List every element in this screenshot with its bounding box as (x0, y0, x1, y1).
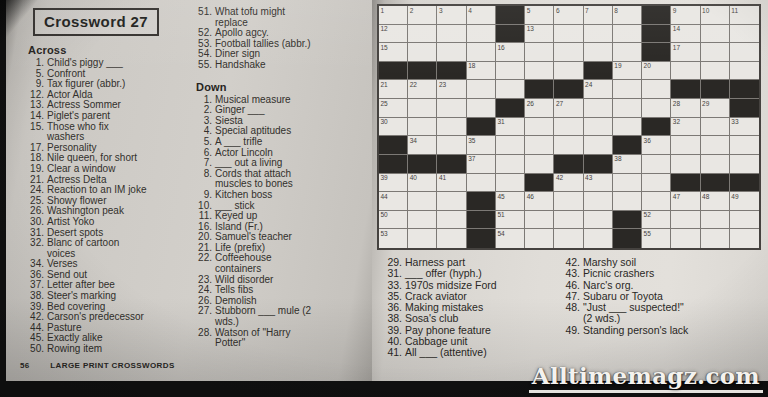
cell-number: 5 (527, 7, 531, 14)
white-cell[interactable] (642, 155, 671, 174)
white-cell[interactable] (408, 25, 437, 44)
white-cell[interactable] (701, 136, 730, 155)
white-cell[interactable]: 30 (379, 118, 408, 137)
white-cell[interactable]: 24 (584, 80, 613, 99)
clue-item: 49.Standing person's lack (560, 325, 760, 336)
white-cell[interactable] (437, 192, 466, 211)
clue-text: Kitchen boss (215, 190, 366, 201)
cell-number: 28 (673, 100, 680, 107)
white-cell[interactable] (613, 118, 642, 137)
white-cell[interactable]: 37 (467, 155, 496, 174)
white-cell[interactable] (701, 155, 730, 174)
white-cell[interactable]: 20 (642, 62, 671, 81)
cell-number: 32 (673, 118, 680, 125)
cell-number: 3 (439, 7, 443, 14)
white-cell[interactable]: 5 (525, 6, 554, 25)
down-clue-list-end: 42.Marshy soil43.Picnic crashers46.Narc'… (560, 257, 760, 359)
clue-number: 15. (26, 122, 44, 143)
white-cell[interactable]: 2 (408, 6, 437, 25)
black-cell (379, 136, 408, 155)
white-cell[interactable] (496, 136, 525, 155)
white-cell[interactable]: 49 (730, 192, 759, 211)
down-heading: Down (196, 81, 366, 93)
left-page: Crossword 27 Across 1.Child's piggy ___5… (6, 0, 372, 381)
white-cell[interactable] (730, 43, 759, 62)
clue-number: 31. (382, 268, 402, 279)
white-cell[interactable]: 29 (701, 99, 730, 118)
white-cell[interactable] (437, 211, 466, 230)
black-cell (379, 62, 408, 81)
cell-number: 39 (381, 174, 388, 181)
white-cell[interactable]: 38 (613, 155, 642, 174)
black-cell (730, 99, 759, 118)
white-cell[interactable]: 23 (437, 80, 466, 99)
white-cell[interactable] (584, 25, 613, 44)
clue-text: Coffeehouse containers (215, 253, 366, 274)
clue-number: 55. (194, 60, 212, 71)
black-cell (584, 62, 613, 81)
clue-item: 19.Clear a window (26, 164, 189, 175)
clue-item: 27.Stubborn ___ mule (2 wds.) (194, 306, 366, 327)
cell-number: 30 (381, 118, 388, 125)
white-cell[interactable] (437, 229, 466, 248)
white-cell[interactable] (554, 43, 583, 62)
white-cell[interactable] (613, 25, 642, 44)
white-cell[interactable] (408, 99, 437, 118)
black-cell (408, 62, 437, 81)
black-cell (437, 62, 466, 81)
clue-number: 30. (26, 217, 44, 228)
clue-item: 1.Child's piggy ___ (26, 58, 189, 69)
white-cell[interactable]: 3 (437, 6, 466, 25)
cell-number: 40 (410, 174, 417, 181)
white-cell[interactable]: 6 (554, 6, 583, 25)
white-cell[interactable] (701, 211, 730, 230)
white-cell[interactable]: 53 (379, 229, 408, 248)
white-cell[interactable] (408, 192, 437, 211)
white-cell[interactable] (554, 211, 583, 230)
clue-item: 8.Cords that attach muscles to bones (194, 169, 366, 190)
clue-number: 5. (194, 137, 212, 148)
cell-number: 18 (468, 62, 475, 69)
white-cell[interactable] (467, 174, 496, 193)
black-cell (642, 25, 671, 44)
clue-item: 9.Kitchen boss (194, 190, 366, 201)
white-cell[interactable]: 1 (379, 6, 408, 25)
clue-item: 50.Rowing item (26, 344, 189, 355)
white-cell[interactable]: 7 (584, 6, 613, 25)
white-cell[interactable] (467, 80, 496, 99)
white-cell[interactable]: 21 (379, 80, 408, 99)
white-cell[interactable]: 12 (379, 25, 408, 44)
cell-number: 14 (673, 25, 680, 32)
cell-number: 24 (585, 81, 592, 88)
white-cell[interactable] (584, 211, 613, 230)
white-cell[interactable]: 4 (467, 6, 496, 25)
clue-text: ___ offer (hyph.) (405, 268, 560, 279)
cell-number: 15 (381, 44, 388, 51)
puzzle-title: Crossword 27 (33, 8, 159, 36)
middle-column: 51.What tofu might replace52.Apollo agcy… (194, 7, 366, 349)
white-cell[interactable] (671, 136, 700, 155)
white-cell[interactable] (408, 229, 437, 248)
white-cell[interactable]: 13 (525, 25, 554, 44)
clue-item: 31.___ offer (hyph.) (382, 268, 560, 279)
white-cell[interactable]: 44 (379, 192, 408, 211)
white-cell[interactable]: 33 (730, 118, 759, 137)
clue-number: 51. (194, 7, 212, 28)
cell-number: 34 (410, 137, 417, 144)
clue-number: 9. (194, 190, 212, 201)
white-cell[interactable] (584, 192, 613, 211)
white-cell[interactable] (525, 62, 554, 81)
cell-number: 9 (673, 7, 677, 14)
white-cell[interactable]: 32 (671, 118, 700, 137)
white-cell[interactable]: 46 (525, 192, 554, 211)
black-cell (525, 174, 554, 193)
black-cell (496, 99, 525, 118)
page-number: 56 (20, 361, 30, 370)
white-cell[interactable] (554, 118, 583, 137)
white-cell[interactable]: 17 (671, 43, 700, 62)
white-cell[interactable] (613, 99, 642, 118)
cell-number: 29 (702, 100, 709, 107)
white-cell[interactable] (642, 80, 671, 99)
clue-number: 32. (26, 238, 44, 259)
white-cell[interactable] (584, 99, 613, 118)
black-cell (408, 155, 437, 174)
white-cell[interactable]: 50 (379, 211, 408, 230)
clue-text: A ___ trifle (215, 137, 366, 148)
clue-number: 8. (194, 169, 212, 190)
black-cell (467, 211, 496, 230)
white-cell[interactable] (554, 136, 583, 155)
cell-number: 23 (439, 81, 446, 88)
watermark: Alltimemagz.com (529, 362, 763, 393)
black-cell (671, 80, 700, 99)
clue-number: 41. (382, 347, 402, 358)
cell-number: 13 (527, 25, 534, 32)
white-cell[interactable] (525, 211, 554, 230)
cell-number: 12 (381, 25, 388, 32)
white-cell[interactable]: 19 (613, 62, 642, 81)
clue-number: 1. (26, 58, 44, 69)
white-cell[interactable] (525, 118, 554, 137)
clue-text: Stubborn ___ mule (2 wds.) (215, 306, 366, 327)
white-cell[interactable] (701, 229, 730, 248)
clue-text: Piglet's parent (47, 111, 189, 122)
cell-number: 37 (468, 155, 475, 162)
black-cell (671, 174, 700, 193)
black-cell (642, 6, 671, 25)
white-cell[interactable]: 31 (496, 118, 525, 137)
cell-number: 33 (731, 118, 738, 125)
white-cell[interactable] (437, 99, 466, 118)
white-cell[interactable] (437, 25, 466, 44)
white-cell[interactable]: 42 (554, 174, 583, 193)
cell-number: 4 (468, 7, 472, 14)
black-cell (730, 80, 759, 99)
white-cell[interactable]: 40 (408, 174, 437, 193)
white-cell[interactable] (613, 174, 642, 193)
clue-text: Standing person's lack (583, 325, 760, 336)
clue-text: Blanc of cartoon voices (47, 238, 189, 259)
white-cell[interactable]: 39 (379, 174, 408, 193)
white-cell[interactable]: 9 (671, 6, 700, 25)
cell-number: 16 (497, 44, 504, 51)
white-cell[interactable] (467, 99, 496, 118)
white-cell[interactable] (554, 25, 583, 44)
across-heading: Across (28, 44, 189, 56)
across-clue-list: 1.Child's piggy ___5.Confront9.Tax figur… (26, 58, 189, 355)
cell-number: 47 (673, 193, 680, 200)
white-cell[interactable] (730, 25, 759, 44)
cell-number: 8 (614, 7, 618, 14)
cell-number: 10 (702, 7, 709, 14)
black-cell (437, 155, 466, 174)
white-cell[interactable] (701, 118, 730, 137)
clue-text: Child's piggy ___ (47, 58, 189, 69)
black-cell (467, 229, 496, 248)
black-cell (467, 192, 496, 211)
clue-number: 28. (194, 328, 212, 349)
white-cell[interactable] (730, 136, 759, 155)
black-cell (554, 155, 583, 174)
white-cell[interactable]: 52 (642, 211, 671, 230)
cell-number: 42 (556, 174, 563, 181)
white-cell[interactable] (437, 43, 466, 62)
cell-number: 53 (381, 230, 388, 237)
black-cell (701, 80, 730, 99)
cell-number: 46 (527, 193, 534, 200)
black-cell (613, 136, 642, 155)
cell-number: 43 (585, 174, 592, 181)
white-cell[interactable] (408, 43, 437, 62)
white-cell[interactable]: 16 (496, 43, 525, 62)
white-cell[interactable]: 11 (730, 6, 759, 25)
white-cell[interactable] (730, 62, 759, 81)
cell-number: 27 (556, 100, 563, 107)
white-cell[interactable] (467, 25, 496, 44)
white-cell[interactable] (554, 62, 583, 81)
black-cell (525, 80, 554, 99)
clue-item: 15.Those who fix washers (26, 122, 189, 143)
clue-item: 22.Coffeehouse containers (194, 253, 366, 274)
black-cell (642, 118, 671, 137)
black-cell (642, 43, 671, 62)
white-cell[interactable]: 36 (642, 136, 671, 155)
white-cell[interactable]: 15 (379, 43, 408, 62)
white-cell[interactable] (496, 174, 525, 193)
white-cell[interactable] (437, 136, 466, 155)
white-cell[interactable]: 18 (467, 62, 496, 81)
white-cell[interactable] (642, 174, 671, 193)
white-cell[interactable]: 22 (408, 80, 437, 99)
cell-number: 2 (410, 7, 414, 14)
cell-number: 20 (644, 62, 651, 69)
white-cell[interactable]: 48 (701, 192, 730, 211)
cell-number: 41 (439, 174, 446, 181)
clue-item: 51.What tofu might replace (194, 7, 366, 28)
white-cell[interactable]: 51 (496, 211, 525, 230)
white-cell[interactable] (437, 118, 466, 137)
white-cell[interactable] (642, 99, 671, 118)
white-cell[interactable] (730, 229, 759, 248)
white-cell[interactable] (671, 229, 700, 248)
cell-number: 11 (731, 7, 738, 14)
clue-number: 22. (194, 253, 212, 274)
clue-number: 14. (26, 111, 44, 122)
white-cell[interactable]: 55 (642, 229, 671, 248)
cell-number: 19 (614, 62, 621, 69)
white-cell[interactable] (613, 80, 642, 99)
cell-number: 54 (497, 230, 504, 237)
black-cell (730, 174, 759, 193)
cell-number: 44 (381, 193, 388, 200)
book-photo: Crossword 27 Across 1.Child's piggy ___5… (0, 0, 768, 397)
white-cell[interactable]: 41 (437, 174, 466, 193)
white-cell[interactable]: 25 (379, 99, 408, 118)
cell-number: 48 (702, 193, 709, 200)
clue-item: 28.Watson of "Harry Potter" (194, 328, 366, 349)
clue-item: 43.Picnic crashers (560, 268, 760, 279)
cell-number: 25 (381, 100, 388, 107)
white-cell[interactable] (584, 118, 613, 137)
white-cell[interactable]: 35 (467, 136, 496, 155)
white-cell[interactable] (584, 229, 613, 248)
white-cell[interactable] (642, 192, 671, 211)
white-cell[interactable] (496, 155, 525, 174)
cell-number: 26 (527, 100, 534, 107)
white-cell[interactable] (467, 43, 496, 62)
white-cell[interactable] (525, 43, 554, 62)
white-cell[interactable] (408, 211, 437, 230)
left-column: Crossword 27 Across 1.Child's piggy ___5… (26, 8, 189, 355)
white-cell[interactable] (701, 25, 730, 44)
clue-text: Cords that attach muscles to bones (215, 169, 366, 190)
clue-number: 49. (560, 325, 580, 336)
clue-number: 27. (194, 306, 212, 327)
white-cell[interactable]: 43 (584, 174, 613, 193)
clue-text: Artist Yoko (47, 217, 189, 228)
clue-item: 41.All ___ (attentive) (382, 347, 560, 358)
book-title: LARGE PRINT CROSSWORDS (50, 361, 174, 370)
cell-number: 6 (556, 7, 560, 14)
white-cell[interactable]: 8 (613, 6, 642, 25)
white-cell[interactable] (496, 80, 525, 99)
white-cell[interactable]: 28 (671, 99, 700, 118)
clue-item: 32.Blanc of cartoon voices (26, 238, 189, 259)
black-cell (467, 118, 496, 137)
white-cell[interactable]: 47 (671, 192, 700, 211)
white-cell[interactable] (408, 118, 437, 137)
white-cell[interactable] (496, 62, 525, 81)
cell-number: 21 (381, 81, 388, 88)
clue-item: 30.Artist Yoko (26, 217, 189, 228)
white-cell[interactable]: 26 (525, 99, 554, 118)
white-cell[interactable] (701, 62, 730, 81)
black-cell (379, 155, 408, 174)
clue-text: Handshake (215, 60, 366, 71)
cell-number: 17 (673, 44, 680, 51)
clue-number: 48. (560, 302, 580, 325)
white-cell[interactable]: 34 (408, 136, 437, 155)
white-cell[interactable]: 54 (496, 229, 525, 248)
clue-number: 43. (560, 268, 580, 279)
white-cell[interactable] (584, 136, 613, 155)
black-cell (701, 174, 730, 193)
page-footer: 56 LARGE PRINT CROSSWORDS (20, 361, 175, 370)
white-cell[interactable]: 27 (554, 99, 583, 118)
white-cell[interactable] (730, 155, 759, 174)
white-cell[interactable] (525, 155, 554, 174)
clue-text: All ___ (attentive) (405, 347, 560, 358)
book-spread: Crossword 27 Across 1.Child's piggy ___5… (6, 0, 768, 381)
white-cell[interactable] (671, 211, 700, 230)
crossword-grid: 1234567891011121314151617181920212223242… (377, 4, 761, 250)
white-cell[interactable] (701, 43, 730, 62)
cell-number: 7 (585, 7, 589, 14)
white-cell[interactable] (554, 229, 583, 248)
white-cell[interactable] (613, 192, 642, 211)
cell-number: 49 (731, 193, 738, 200)
white-cell[interactable] (613, 43, 642, 62)
clue-item: 14.Piglet's parent (26, 111, 189, 122)
clue-text: "Just ___ suspected!" (2 wds.) (583, 302, 760, 325)
clue-text: What tofu might replace (215, 7, 366, 28)
black-cell (496, 6, 525, 25)
cell-number: 45 (497, 193, 504, 200)
clue-item: 48."Just ___ suspected!" (2 wds.) (560, 302, 760, 325)
black-cell (584, 155, 613, 174)
white-cell[interactable] (525, 229, 554, 248)
right-page: 1234567891011121314151617181920212223242… (372, 0, 768, 381)
black-cell (496, 25, 525, 44)
clue-item: 55.Handshake (194, 60, 366, 71)
black-cell (613, 211, 642, 230)
cell-number: 22 (410, 81, 417, 88)
down-clue-list-continued: 29.Harness part31.___ offer (hyph.)33.19… (382, 257, 560, 359)
cell-number: 36 (644, 137, 651, 144)
white-cell[interactable] (584, 43, 613, 62)
white-cell[interactable] (671, 62, 700, 81)
clue-text: Watson of "Harry Potter" (215, 328, 366, 349)
clue-number: 19. (26, 164, 44, 175)
white-cell[interactable] (671, 155, 700, 174)
right-page-clues: 29.Harness part31.___ offer (hyph.)33.19… (382, 257, 768, 359)
black-cell (613, 229, 642, 248)
white-cell[interactable]: 45 (496, 192, 525, 211)
cell-number: 50 (381, 211, 388, 218)
black-cell (554, 80, 583, 99)
clue-item: 5.A ___ trifle (194, 137, 366, 148)
white-cell[interactable] (525, 136, 554, 155)
across-clue-list-continued: 51.What tofu might replace52.Apollo agcy… (194, 7, 366, 71)
cell-number: 55 (644, 230, 651, 237)
cell-number: 52 (644, 211, 651, 218)
clue-number: 50. (26, 344, 44, 355)
white-cell[interactable] (730, 211, 759, 230)
clue-text: Picnic crashers (583, 268, 760, 279)
clue-text: Those who fix washers (47, 122, 189, 143)
white-cell[interactable]: 14 (671, 25, 700, 44)
cell-number: 51 (497, 211, 504, 218)
cell-number: 31 (497, 118, 504, 125)
white-cell[interactable]: 10 (701, 6, 730, 25)
clue-text: Rowing item (47, 344, 189, 355)
cell-number: 35 (468, 137, 475, 144)
white-cell[interactable] (554, 192, 583, 211)
